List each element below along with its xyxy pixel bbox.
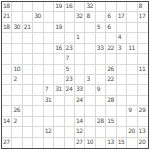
- cell-r13c6[interactable]: [54, 127, 64, 137]
- cell-r2c5[interactable]: [44, 12, 54, 22]
- cell-r1c11[interactable]: [106, 2, 116, 12]
- cell-r10c1[interactable]: [2, 96, 12, 106]
- cell-r13c2[interactable]: [12, 127, 22, 137]
- cell-r7c9[interactable]: [85, 65, 95, 75]
- cell-r10c4[interactable]: [33, 96, 43, 106]
- cell-r1c4[interactable]: [33, 2, 43, 12]
- cell-r9c6[interactable]: 31: [54, 85, 64, 95]
- cell-r13c13[interactable]: 20: [127, 127, 137, 137]
- cell-r14c6[interactable]: [54, 138, 64, 148]
- cell-r3c4[interactable]: [33, 23, 43, 33]
- cell-r13c1[interactable]: [2, 127, 12, 137]
- cell-r9c13[interactable]: [127, 85, 137, 95]
- cell-r14c14[interactable]: 20: [138, 138, 148, 148]
- cell-r6c7[interactable]: 7: [65, 54, 75, 64]
- clue-number: 14: [76, 118, 83, 124]
- clue-number: 6: [107, 13, 110, 19]
- cell-r4c3[interactable]: [23, 33, 33, 43]
- cell-r7c1[interactable]: [2, 65, 12, 75]
- cell-r12c9[interactable]: [85, 117, 95, 127]
- clue-number: 6: [107, 24, 110, 30]
- cell-r10c12[interactable]: [117, 96, 127, 106]
- clue-number: 27: [3, 139, 10, 145]
- cell-r11c13[interactable]: 9: [127, 106, 137, 116]
- cell-r12c7[interactable]: [65, 117, 75, 127]
- cell-r11c11[interactable]: [106, 106, 116, 116]
- clue-number: 13: [139, 128, 146, 134]
- cell-r11c2[interactable]: 26: [12, 106, 22, 116]
- clue-number: 5: [66, 66, 69, 72]
- clue-number: 10: [86, 139, 93, 145]
- clue-number: 16: [66, 3, 73, 9]
- clue-number: 1: [76, 34, 79, 40]
- cell-r2c12[interactable]: 17: [117, 12, 127, 22]
- clue-number: 11: [139, 66, 146, 72]
- cell-r12c4[interactable]: [33, 117, 43, 127]
- cell-r9c10[interactable]: 9: [96, 85, 106, 95]
- cell-r2c11[interactable]: 6: [106, 12, 116, 22]
- cell-r8c4[interactable]: [33, 75, 43, 85]
- cell-r10c2[interactable]: [12, 96, 22, 106]
- cell-r1c10[interactable]: [96, 2, 106, 12]
- cell-r8c5[interactable]: [44, 75, 54, 85]
- cell-r11c10[interactable]: [96, 106, 106, 116]
- cell-r9c2[interactable]: [12, 85, 22, 95]
- cell-r5c12[interactable]: 3: [117, 44, 127, 54]
- clue-number: 16: [55, 45, 62, 51]
- cell-r13c12[interactable]: [117, 127, 127, 137]
- cell-r7c6[interactable]: [54, 65, 64, 75]
- cell-r14c9[interactable]: 10: [85, 138, 95, 148]
- clue-number: 18: [3, 3, 10, 9]
- clue-number: 22: [107, 76, 114, 82]
- cell-r4c14[interactable]: [138, 33, 148, 43]
- cell-r7c13[interactable]: [127, 65, 137, 75]
- cell-r3c9[interactable]: [85, 23, 95, 33]
- clue-number: 27: [76, 139, 83, 145]
- clue-number: 18: [3, 24, 10, 30]
- cell-r14c1[interactable]: 27: [2, 138, 12, 148]
- cell-r6c14[interactable]: [138, 54, 148, 64]
- clue-number: 13: [107, 139, 114, 145]
- cell-r2c7[interactable]: [65, 12, 75, 22]
- cell-r6c3[interactable]: [23, 54, 33, 64]
- cell-r7c8[interactable]: [75, 65, 85, 75]
- cell-r8c2[interactable]: 2: [12, 75, 22, 85]
- clue-number: 32: [76, 13, 83, 19]
- cell-r1c1[interactable]: 18: [2, 2, 12, 12]
- clue-number: 29: [139, 107, 146, 113]
- cell-r7c4[interactable]: [33, 65, 43, 75]
- cell-r5c5[interactable]: [44, 44, 54, 54]
- cell-r3c3[interactable]: 21: [23, 23, 33, 33]
- clue-number: 24: [66, 86, 73, 92]
- cell-r1c12[interactable]: [117, 2, 127, 12]
- cell-r12c6[interactable]: [54, 117, 64, 127]
- clue-number: 20: [128, 128, 135, 134]
- clue-number: 19: [55, 3, 62, 9]
- cell-r5c14[interactable]: [138, 44, 148, 54]
- cell-r11c9[interactable]: [85, 106, 95, 116]
- clue-number: 31: [55, 86, 62, 92]
- cell-r1c14[interactable]: 8: [138, 2, 148, 12]
- cell-r6c8[interactable]: [75, 54, 85, 64]
- cell-r6c1[interactable]: [2, 54, 12, 64]
- cell-r7c11[interactable]: 26: [106, 65, 116, 75]
- cell-r3c7[interactable]: [65, 23, 75, 33]
- cell-r6c11[interactable]: [106, 54, 116, 64]
- cell-r4c10[interactable]: [96, 33, 106, 43]
- cell-r7c2[interactable]: 10: [12, 65, 22, 75]
- cell-r11c3[interactable]: [23, 106, 33, 116]
- clue-number: 32: [86, 3, 93, 9]
- cell-r10c10[interactable]: [96, 96, 106, 106]
- clue-number: 4: [118, 34, 121, 40]
- cell-r9c12[interactable]: [117, 85, 127, 95]
- cell-r8c14[interactable]: [138, 75, 148, 85]
- cell-r3c8[interactable]: [75, 23, 85, 33]
- cell-r3c1[interactable]: 18: [2, 23, 12, 33]
- clue-number: 3: [118, 45, 121, 51]
- cell-r12c8[interactable]: 14: [75, 117, 85, 127]
- cell-r8c1[interactable]: [2, 75, 12, 85]
- clue-number: 9: [97, 86, 100, 92]
- cell-r6c2[interactable]: [12, 54, 22, 64]
- cell-r7c7[interactable]: 5: [65, 65, 75, 75]
- cell-r14c2[interactable]: [12, 138, 22, 148]
- cell-r12c14[interactable]: [138, 117, 148, 127]
- clue-number: 7: [45, 86, 48, 92]
- cell-r11c4[interactable]: [33, 106, 43, 116]
- clue-number: 20: [139, 139, 146, 145]
- clue-number: 28: [97, 118, 104, 124]
- cell-r4c12[interactable]: 4: [117, 33, 127, 43]
- cell-r1c2[interactable]: [12, 2, 22, 12]
- cell-r10c6[interactable]: [54, 96, 64, 106]
- cell-r8c7[interactable]: 23: [65, 75, 75, 85]
- cell-r3c11[interactable]: 6: [106, 23, 116, 33]
- cell-r4c4[interactable]: [33, 33, 43, 43]
- cell-r13c3[interactable]: [23, 127, 33, 137]
- cell-r2c9[interactable]: 8: [85, 12, 95, 22]
- clue-number: 30: [34, 13, 41, 19]
- cell-r3c5[interactable]: [44, 23, 54, 33]
- cell-r13c9[interactable]: [85, 127, 95, 137]
- clue-number: 31: [45, 97, 52, 103]
- cell-r9c11[interactable]: [106, 85, 116, 95]
- cell-r8c9[interactable]: 3: [85, 75, 95, 85]
- cell-r2c10[interactable]: [96, 12, 106, 22]
- clue-number: 22: [107, 45, 114, 51]
- cell-r2c1[interactable]: 21: [2, 12, 12, 22]
- cell-r8c8[interactable]: [75, 75, 85, 85]
- clue-number: 2: [13, 76, 16, 82]
- cell-r11c14[interactable]: 29: [138, 106, 148, 116]
- cell-r6c12[interactable]: [117, 54, 127, 64]
- cell-r1c9[interactable]: 32: [85, 2, 95, 12]
- cell-r7c14[interactable]: 11: [138, 65, 148, 75]
- cell-r3c14[interactable]: [138, 23, 148, 33]
- cell-r4c7[interactable]: [65, 33, 75, 43]
- cell-r5c11[interactable]: 22: [106, 44, 116, 54]
- cell-r3c12[interactable]: [117, 23, 127, 33]
- cell-r8c10[interactable]: [96, 75, 106, 85]
- clue-number: 14: [3, 118, 10, 124]
- cell-r7c5[interactable]: [44, 65, 54, 75]
- cell-r10c9[interactable]: [85, 96, 95, 106]
- cell-r4c1[interactable]: [2, 33, 12, 43]
- cell-r10c13[interactable]: [127, 96, 137, 106]
- cell-r6c10[interactable]: [96, 54, 106, 64]
- cell-r12c2[interactable]: 2: [12, 117, 22, 127]
- cell-r8c13[interactable]: [127, 75, 137, 85]
- cell-r4c13[interactable]: [127, 33, 137, 43]
- cell-r3c10[interactable]: 5: [96, 23, 106, 33]
- cell-r14c5[interactable]: [44, 138, 54, 148]
- cell-r2c13[interactable]: [127, 12, 137, 22]
- cell-r1c8[interactable]: [75, 2, 85, 12]
- cell-r9c8[interactable]: 33: [75, 85, 85, 95]
- cell-r1c3[interactable]: [23, 2, 33, 12]
- cell-r3c6[interactable]: 19: [54, 23, 64, 33]
- cell-r13c11[interactable]: [106, 127, 116, 137]
- cell-r13c8[interactable]: 12: [75, 127, 85, 137]
- clue-number: 23: [66, 76, 73, 82]
- cell-r9c5[interactable]: 7: [44, 85, 54, 95]
- cell-r10c11[interactable]: 28: [106, 96, 116, 106]
- cell-r9c9[interactable]: [85, 85, 95, 95]
- cell-r5c7[interactable]: 23: [65, 44, 75, 54]
- cell-r13c4[interactable]: [33, 127, 43, 137]
- cell-r1c13[interactable]: [127, 2, 137, 12]
- cell-r13c10[interactable]: [96, 127, 106, 137]
- cell-r10c3[interactable]: [23, 96, 33, 106]
- cell-r2c2[interactable]: [12, 12, 22, 22]
- cell-r14c10[interactable]: [96, 138, 106, 148]
- cell-r14c13[interactable]: [127, 138, 137, 148]
- cell-r8c6[interactable]: [54, 75, 64, 85]
- cell-r5c8[interactable]: [75, 44, 85, 54]
- cell-r1c7[interactable]: 16: [65, 2, 75, 12]
- cell-r11c12[interactable]: [117, 106, 127, 116]
- cell-r11c7[interactable]: [65, 106, 75, 116]
- cell-r4c11[interactable]: [106, 33, 116, 43]
- cell-r6c6[interactable]: [54, 54, 64, 64]
- clue-number: 21: [24, 24, 31, 30]
- cell-r4c9[interactable]: [85, 33, 95, 43]
- clue-number: 9: [128, 107, 131, 113]
- cell-r10c5[interactable]: 31: [44, 96, 54, 106]
- cell-r4c5[interactable]: [44, 33, 54, 43]
- clue-number: 26: [13, 107, 20, 113]
- cell-r8c11[interactable]: 22: [106, 75, 116, 85]
- cell-r9c4[interactable]: [33, 85, 43, 95]
- cell-r4c2[interactable]: [12, 33, 22, 43]
- clue-number: 33: [97, 45, 104, 51]
- cell-r5c9[interactable]: [85, 44, 95, 54]
- cell-r8c12[interactable]: [117, 75, 127, 85]
- cell-r7c12[interactable]: [117, 65, 127, 75]
- clue-number: 3: [86, 76, 89, 82]
- clue-number: 33: [76, 86, 83, 92]
- cell-r1c6[interactable]: 19: [54, 2, 64, 12]
- cell-r4c6[interactable]: [54, 33, 64, 43]
- cell-r2c14[interactable]: 17: [138, 12, 148, 22]
- cell-r10c14[interactable]: [138, 96, 148, 106]
- cell-r13c5[interactable]: 12: [44, 127, 54, 137]
- cell-r12c12[interactable]: [117, 117, 127, 127]
- cell-r9c14[interactable]: [138, 85, 148, 95]
- cell-r11c6[interactable]: [54, 106, 64, 116]
- cell-r11c1[interactable]: [2, 106, 12, 116]
- cell-r4c8[interactable]: 1: [75, 33, 85, 43]
- cell-r14c4[interactable]: [33, 138, 43, 148]
- cell-r10c8[interactable]: 24: [75, 96, 85, 106]
- cell-r5c10[interactable]: 33: [96, 44, 106, 54]
- clue-number: 17: [139, 13, 146, 19]
- cell-r12c5[interactable]: [44, 117, 54, 127]
- clue-number: 26: [107, 66, 114, 72]
- cell-r7c10[interactable]: [96, 65, 106, 75]
- clue-number: 10: [13, 66, 20, 72]
- clue-number: 19: [55, 24, 62, 30]
- cell-r5c1[interactable]: [2, 44, 12, 54]
- clue-number: 15: [107, 118, 114, 124]
- clue-number: 12: [45, 128, 52, 134]
- cell-r12c3[interactable]: [23, 117, 33, 127]
- cell-r12c11[interactable]: 15: [106, 117, 116, 127]
- cell-r6c5[interactable]: [44, 54, 54, 64]
- cell-r9c7[interactable]: 24: [65, 85, 75, 95]
- cell-r11c5[interactable]: [44, 106, 54, 116]
- clue-number: 11: [128, 45, 135, 51]
- cell-r2c4[interactable]: 30: [33, 12, 43, 22]
- clue-number: 5: [97, 24, 100, 30]
- cell-r2c3[interactable]: [23, 12, 33, 22]
- cell-r12c1[interactable]: 14: [2, 117, 12, 127]
- numberlink-board: 1819163282130328617171830211956141623332…: [1, 1, 149, 149]
- cell-r14c11[interactable]: 13: [106, 138, 116, 148]
- cell-r5c6[interactable]: 16: [54, 44, 64, 54]
- clue-number: 12: [76, 128, 83, 134]
- clue-number: 23: [66, 45, 73, 51]
- clue-number: 2: [13, 118, 16, 124]
- cell-r14c3[interactable]: [23, 138, 33, 148]
- clue-number: 17: [118, 13, 125, 19]
- cell-r8c3[interactable]: [23, 75, 33, 85]
- clue-number: 24: [76, 97, 83, 103]
- cell-r5c2[interactable]: [12, 44, 22, 54]
- cell-r9c1[interactable]: [2, 85, 12, 95]
- cell-r6c9[interactable]: [85, 54, 95, 64]
- clue-number: 15: [118, 139, 125, 145]
- cell-r3c13[interactable]: [127, 23, 137, 33]
- cell-r13c14[interactable]: 13: [138, 127, 148, 137]
- clue-number: 8: [86, 13, 89, 19]
- clue-number: 8: [139, 3, 142, 9]
- cell-r3c2[interactable]: 30: [12, 23, 22, 33]
- clue-number: 7: [66, 55, 69, 61]
- cell-r10c7[interactable]: [65, 96, 75, 106]
- cell-r12c13[interactable]: [127, 117, 137, 127]
- cell-r2c8[interactable]: 32: [75, 12, 85, 22]
- clue-number: 21: [3, 13, 10, 19]
- cell-r1c5[interactable]: [44, 2, 54, 12]
- clue-number: 30: [13, 24, 20, 30]
- cell-r9c3[interactable]: [23, 85, 33, 95]
- cell-r14c8[interactable]: 27: [75, 138, 85, 148]
- cell-r12c10[interactable]: 28: [96, 117, 106, 127]
- cell-r5c3[interactable]: [23, 44, 33, 54]
- cell-r6c4[interactable]: [33, 54, 43, 64]
- cell-r2c6[interactable]: [54, 12, 64, 22]
- cell-r7c3[interactable]: [23, 65, 33, 75]
- cell-r5c4[interactable]: [33, 44, 43, 54]
- cell-r14c12[interactable]: 15: [117, 138, 127, 148]
- cell-r11c8[interactable]: [75, 106, 85, 116]
- cell-r6c13[interactable]: [127, 54, 137, 64]
- cell-r13c7[interactable]: [65, 127, 75, 137]
- cell-r5c13[interactable]: 11: [127, 44, 137, 54]
- clue-number: 28: [107, 97, 114, 103]
- cell-r14c7[interactable]: [65, 138, 75, 148]
